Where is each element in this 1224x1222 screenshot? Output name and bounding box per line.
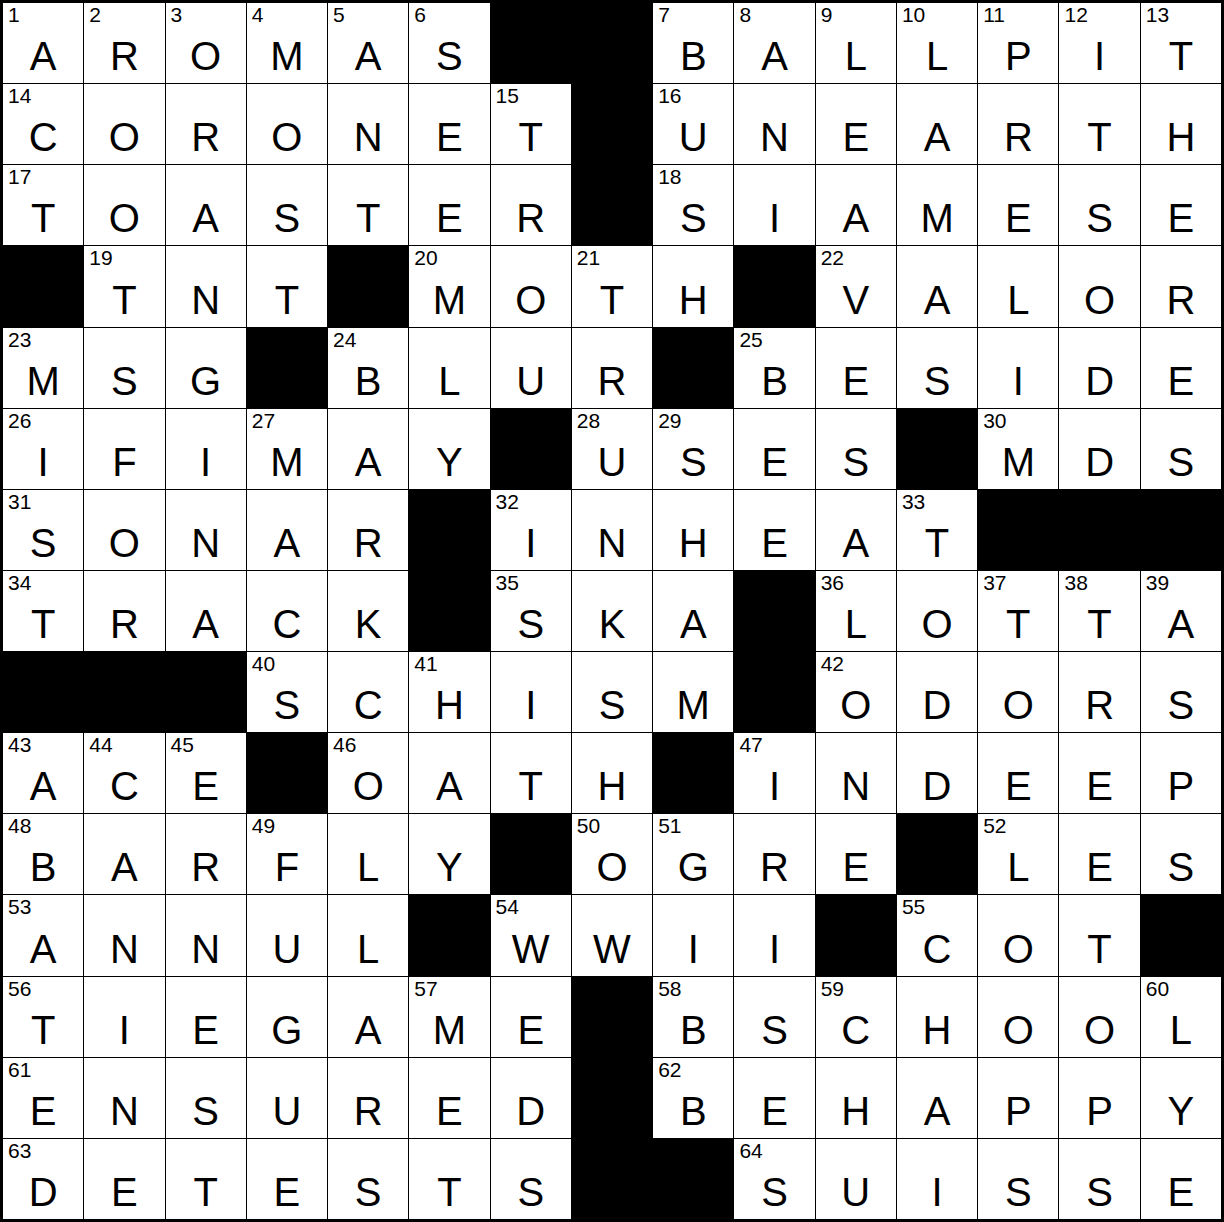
- cell-letter: A: [247, 523, 327, 563]
- grid-cell[interactable]: 56T: [3, 977, 83, 1057]
- grid-cell[interactable]: 45E: [166, 733, 246, 813]
- grid-cell[interactable]: S: [247, 165, 327, 245]
- clue-number: 20: [414, 247, 437, 269]
- cell-letter: P: [978, 36, 1058, 76]
- grid-cell[interactable]: E: [978, 165, 1058, 245]
- grid-cell[interactable]: U: [816, 1139, 896, 1219]
- clue-number: 53: [8, 896, 31, 918]
- cell-letter: R: [734, 847, 814, 887]
- grid-cell[interactable]: R: [166, 814, 246, 894]
- grid-cell[interactable]: E: [816, 84, 896, 164]
- grid-cell[interactable]: 26I: [3, 409, 83, 489]
- grid-cell[interactable]: S: [816, 409, 896, 489]
- grid-cell[interactable]: S: [166, 1058, 246, 1138]
- grid-cell[interactable]: L: [409, 328, 489, 408]
- cell-letter: T: [328, 198, 408, 238]
- grid-cell[interactable]: A: [166, 571, 246, 651]
- cell-letter: U: [247, 1091, 327, 1131]
- grid-cell[interactable]: R: [328, 490, 408, 570]
- cell-letter: E: [978, 766, 1058, 806]
- grid-cell[interactable]: D: [1059, 328, 1139, 408]
- grid-cell[interactable]: S: [978, 1139, 1058, 1219]
- clue-number: 3: [171, 4, 183, 26]
- grid-cell[interactable]: I: [978, 328, 1058, 408]
- clue-number: 4: [252, 4, 264, 26]
- grid-cell[interactable]: 10L: [897, 3, 977, 83]
- grid-cell[interactable]: 62B: [653, 1058, 733, 1138]
- cell-letter: I: [734, 766, 814, 806]
- cell-letter: S: [897, 361, 977, 401]
- cell-letter: H: [897, 1010, 977, 1050]
- grid-cell[interactable]: A: [84, 814, 164, 894]
- grid-cell[interactable]: L: [978, 246, 1058, 326]
- grid-cell[interactable]: 35S: [491, 571, 571, 651]
- grid-cell[interactable]: S: [84, 328, 164, 408]
- grid-cell[interactable]: I: [734, 895, 814, 975]
- grid-cell[interactable]: 25B: [734, 328, 814, 408]
- clue-number: 24: [333, 329, 356, 351]
- grid-cell[interactable]: 44C: [84, 733, 164, 813]
- grid-cell[interactable]: E: [166, 977, 246, 1057]
- grid-cell[interactable]: A: [328, 977, 408, 1057]
- grid-cell[interactable]: 2R: [84, 3, 164, 83]
- grid-cell[interactable]: 57M: [409, 977, 489, 1057]
- grid-cell[interactable]: 13T: [1141, 3, 1221, 83]
- grid-cell[interactable]: H: [572, 733, 652, 813]
- cell-letter: T: [3, 198, 83, 238]
- grid-cell[interactable]: 61E: [3, 1058, 83, 1138]
- grid-cell[interactable]: A: [897, 1058, 977, 1138]
- cell-letter: T: [1141, 36, 1221, 76]
- grid-cell[interactable]: E: [734, 490, 814, 570]
- grid-cell[interactable]: S: [572, 652, 652, 732]
- grid-cell[interactable]: 19T: [84, 246, 164, 326]
- cell-letter: N: [166, 929, 246, 969]
- grid-cell[interactable]: E: [84, 1139, 164, 1219]
- cell-letter: A: [897, 117, 977, 157]
- grid-cell[interactable]: R: [978, 84, 1058, 164]
- grid-cell[interactable]: 18S: [653, 165, 733, 245]
- grid-cell[interactable]: S: [1141, 652, 1221, 732]
- grid-cell[interactable]: 34T: [3, 571, 83, 651]
- cell-letter: T: [1059, 117, 1139, 157]
- grid-cell[interactable]: 21T: [572, 246, 652, 326]
- clue-number: 26: [8, 410, 31, 432]
- cell-letter: E: [166, 766, 246, 806]
- cell-letter: C: [897, 929, 977, 969]
- black-square: [409, 571, 489, 651]
- grid-cell[interactable]: L: [328, 895, 408, 975]
- grid-cell[interactable]: O: [978, 652, 1058, 732]
- grid-cell[interactable]: I: [653, 895, 733, 975]
- cell-letter: A: [897, 280, 977, 320]
- black-square: [572, 3, 652, 83]
- grid-cell[interactable]: L: [328, 814, 408, 894]
- grid-cell[interactable]: E: [978, 733, 1058, 813]
- grid-cell[interactable]: E: [734, 1058, 814, 1138]
- grid-cell[interactable]: R: [166, 84, 246, 164]
- grid-cell[interactable]: E: [409, 84, 489, 164]
- grid-cell[interactable]: Y: [1141, 1058, 1221, 1138]
- cell-letter: D: [897, 685, 977, 725]
- grid-cell[interactable]: P: [1059, 1058, 1139, 1138]
- grid-cell[interactable]: H: [1141, 84, 1221, 164]
- grid-cell[interactable]: E: [1059, 814, 1139, 894]
- cell-letter: D: [491, 1091, 571, 1131]
- cell-letter: E: [84, 1172, 164, 1212]
- cell-letter: T: [1059, 929, 1139, 969]
- grid-cell[interactable]: R: [328, 1058, 408, 1138]
- grid-cell[interactable]: A: [653, 571, 733, 651]
- grid-cell[interactable]: 47I: [734, 733, 814, 813]
- grid-cell[interactable]: 51G: [653, 814, 733, 894]
- grid-cell[interactable]: S: [1059, 165, 1139, 245]
- grid-cell[interactable]: 12I: [1059, 3, 1139, 83]
- grid-cell[interactable]: T: [1059, 84, 1139, 164]
- black-square: [491, 409, 571, 489]
- cell-letter: O: [328, 766, 408, 806]
- grid-cell[interactable]: 11P: [978, 3, 1058, 83]
- cell-letter: R: [1141, 280, 1221, 320]
- cell-letter: E: [816, 117, 896, 157]
- grid-cell[interactable]: 8A: [734, 3, 814, 83]
- grid-cell[interactable]: 64S: [734, 1139, 814, 1219]
- cell-letter: S: [734, 1172, 814, 1212]
- cell-letter: O: [247, 117, 327, 157]
- cell-letter: O: [572, 847, 652, 887]
- grid-cell[interactable]: O: [84, 165, 164, 245]
- grid-cell[interactable]: R: [1141, 246, 1221, 326]
- grid-cell[interactable]: 3O: [166, 3, 246, 83]
- grid-cell[interactable]: R: [734, 814, 814, 894]
- grid-cell[interactable]: S: [1059, 1139, 1139, 1219]
- cell-letter: R: [491, 198, 571, 238]
- clue-number: 47: [739, 734, 762, 756]
- grid-cell[interactable]: D: [491, 1058, 571, 1138]
- grid-cell[interactable]: E: [247, 1139, 327, 1219]
- cell-letter: M: [978, 442, 1058, 482]
- grid-cell[interactable]: O: [84, 490, 164, 570]
- grid-cell[interactable]: 37T: [978, 571, 1058, 651]
- grid-cell[interactable]: G: [247, 977, 327, 1057]
- grid-cell[interactable]: O: [84, 84, 164, 164]
- cell-letter: S: [166, 1091, 246, 1131]
- grid-cell[interactable]: 31S: [3, 490, 83, 570]
- grid-cell[interactable]: E: [1141, 1139, 1221, 1219]
- grid-cell[interactable]: 58B: [653, 977, 733, 1057]
- grid-cell[interactable]: N: [734, 84, 814, 164]
- cell-letter: B: [734, 361, 814, 401]
- grid-cell[interactable]: 7B: [653, 3, 733, 83]
- grid-cell[interactable]: P: [978, 1058, 1058, 1138]
- grid-cell[interactable]: H: [653, 246, 733, 326]
- grid-cell[interactable]: O: [978, 977, 1058, 1057]
- cell-letter: E: [734, 1091, 814, 1131]
- grid-cell[interactable]: 36L: [816, 571, 896, 651]
- clue-number: 41: [414, 653, 437, 675]
- grid-cell[interactable]: 5A: [328, 3, 408, 83]
- clue-number: 5: [333, 4, 345, 26]
- clue-number: 40: [252, 653, 275, 675]
- clue-number: 11: [983, 4, 1005, 26]
- black-square: [734, 571, 814, 651]
- cell-letter: S: [491, 1172, 571, 1212]
- cell-letter: O: [1059, 1010, 1139, 1050]
- grid-cell[interactable]: H: [816, 1058, 896, 1138]
- grid-cell[interactable]: T: [491, 733, 571, 813]
- black-square: [816, 895, 896, 975]
- grid-cell[interactable]: D: [897, 733, 977, 813]
- grid-cell[interactable]: 15T: [491, 84, 571, 164]
- grid-cell[interactable]: E: [409, 165, 489, 245]
- cell-letter: A: [816, 198, 896, 238]
- grid-cell[interactable]: 39A: [1141, 571, 1221, 651]
- grid-cell[interactable]: 23M: [3, 328, 83, 408]
- grid-cell[interactable]: 22V: [816, 246, 896, 326]
- cell-letter: A: [84, 847, 164, 887]
- grid-cell[interactable]: O: [1059, 246, 1139, 326]
- grid-cell[interactable]: 4M: [247, 3, 327, 83]
- grid-cell[interactable]: A: [166, 165, 246, 245]
- grid-cell[interactable]: N: [84, 895, 164, 975]
- grid-cell[interactable]: A: [409, 733, 489, 813]
- cell-letter: I: [734, 929, 814, 969]
- cell-letter: A: [3, 929, 83, 969]
- cell-letter: Y: [409, 847, 489, 887]
- grid-cell[interactable]: Y: [409, 409, 489, 489]
- grid-cell[interactable]: 41H: [409, 652, 489, 732]
- cell-letter: S: [84, 361, 164, 401]
- grid-cell[interactable]: 17T: [3, 165, 83, 245]
- cell-letter: I: [84, 1010, 164, 1050]
- grid-cell[interactable]: 60L: [1141, 977, 1221, 1057]
- grid-cell[interactable]: 24B: [328, 328, 408, 408]
- grid-cell[interactable]: 46O: [328, 733, 408, 813]
- grid-cell[interactable]: O: [897, 571, 977, 651]
- cell-letter: G: [653, 847, 733, 887]
- black-square: [1141, 895, 1221, 975]
- grid-cell[interactable]: T: [409, 1139, 489, 1219]
- cell-letter: R: [166, 117, 246, 157]
- grid-cell[interactable]: A: [897, 84, 977, 164]
- cell-letter: B: [653, 1091, 733, 1131]
- grid-cell[interactable]: R: [491, 165, 571, 245]
- grid-cell[interactable]: Y: [409, 814, 489, 894]
- cell-letter: O: [978, 685, 1058, 725]
- cell-letter: R: [84, 604, 164, 644]
- cell-letter: L: [328, 929, 408, 969]
- cell-letter: I: [3, 442, 83, 482]
- grid-cell[interactable]: M: [653, 652, 733, 732]
- grid-cell[interactable]: K: [328, 571, 408, 651]
- black-square: [734, 652, 814, 732]
- grid-cell[interactable]: 63D: [3, 1139, 83, 1219]
- clue-number: 33: [902, 491, 925, 513]
- grid-cell[interactable]: 28U: [572, 409, 652, 489]
- grid-cell[interactable]: H: [897, 977, 977, 1057]
- grid-cell[interactable]: D: [1059, 409, 1139, 489]
- grid-cell[interactable]: I: [897, 1139, 977, 1219]
- clue-number: 29: [658, 410, 681, 432]
- grid-cell[interactable]: N: [166, 246, 246, 326]
- grid-cell[interactable]: D: [897, 652, 977, 732]
- grid-cell[interactable]: S: [491, 1139, 571, 1219]
- cell-letter: S: [816, 442, 896, 482]
- cell-letter: M: [409, 1010, 489, 1050]
- black-square: [572, 1058, 652, 1138]
- grid-cell[interactable]: 48B: [3, 814, 83, 894]
- black-square: [897, 814, 977, 894]
- grid-cell[interactable]: 32I: [491, 490, 571, 570]
- grid-cell[interactable]: 30M: [978, 409, 1058, 489]
- grid-cell[interactable]: A: [897, 246, 977, 326]
- grid-cell[interactable]: U: [491, 328, 571, 408]
- grid-cell[interactable]: K: [572, 571, 652, 651]
- grid-cell[interactable]: 42O: [816, 652, 896, 732]
- cell-letter: L: [978, 847, 1058, 887]
- grid-cell[interactable]: I: [166, 409, 246, 489]
- grid-cell[interactable]: U: [247, 1058, 327, 1138]
- grid-cell[interactable]: E: [1141, 165, 1221, 245]
- grid-cell[interactable]: E: [409, 1058, 489, 1138]
- grid-cell[interactable]: E: [491, 977, 571, 1057]
- cell-letter: M: [653, 685, 733, 725]
- cell-letter: O: [1059, 280, 1139, 320]
- grid-cell[interactable]: N: [166, 895, 246, 975]
- clue-number: 10: [902, 4, 925, 26]
- grid-cell[interactable]: 53A: [3, 895, 83, 975]
- cell-letter: K: [572, 604, 652, 644]
- cell-letter: E: [816, 361, 896, 401]
- cell-letter: R: [328, 1091, 408, 1131]
- grid-cell[interactable]: 43A: [3, 733, 83, 813]
- cell-letter: D: [1059, 442, 1139, 482]
- grid-cell[interactable]: O: [491, 246, 571, 326]
- grid-cell[interactable]: T: [328, 165, 408, 245]
- grid-cell[interactable]: A: [328, 409, 408, 489]
- grid-cell[interactable]: E: [816, 814, 896, 894]
- cell-letter: G: [247, 1010, 327, 1050]
- grid-cell[interactable]: A: [816, 490, 896, 570]
- cell-letter: B: [328, 361, 408, 401]
- cell-letter: H: [653, 280, 733, 320]
- grid-cell[interactable]: T: [166, 1139, 246, 1219]
- grid-cell[interactable]: P: [1141, 733, 1221, 813]
- cell-letter: T: [247, 280, 327, 320]
- grid-cell[interactable]: 38T: [1059, 571, 1139, 651]
- cell-letter: E: [1141, 1172, 1221, 1212]
- grid-cell[interactable]: O: [247, 84, 327, 164]
- cell-letter: I: [653, 929, 733, 969]
- grid-cell[interactable]: 27M: [247, 409, 327, 489]
- cell-letter: E: [409, 198, 489, 238]
- grid-cell[interactable]: O: [978, 895, 1058, 975]
- grid-cell[interactable]: S: [1141, 814, 1221, 894]
- grid-cell[interactable]: 50O: [572, 814, 652, 894]
- cell-letter: E: [1141, 361, 1221, 401]
- grid-cell[interactable]: S: [897, 328, 977, 408]
- grid-cell[interactable]: N: [816, 733, 896, 813]
- grid-cell[interactable]: E: [1059, 733, 1139, 813]
- grid-cell[interactable]: E: [1141, 328, 1221, 408]
- grid-cell[interactable]: M: [897, 165, 977, 245]
- grid-cell[interactable]: 54W: [491, 895, 571, 975]
- grid-cell[interactable]: R: [572, 328, 652, 408]
- grid-cell[interactable]: 52L: [978, 814, 1058, 894]
- grid-cell[interactable]: R: [1059, 652, 1139, 732]
- grid-cell[interactable]: A: [247, 490, 327, 570]
- clue-number: 1: [8, 4, 20, 26]
- grid-cell[interactable]: T: [1059, 895, 1139, 975]
- cell-letter: O: [84, 198, 164, 238]
- grid-cell[interactable]: 40S: [247, 652, 327, 732]
- grid-cell[interactable]: I: [491, 652, 571, 732]
- grid-cell[interactable]: N: [328, 84, 408, 164]
- grid-cell[interactable]: E: [816, 328, 896, 408]
- clue-number: 58: [658, 978, 681, 1000]
- grid-cell[interactable]: U: [247, 895, 327, 975]
- grid-cell[interactable]: E: [734, 409, 814, 489]
- cell-letter: G: [166, 361, 246, 401]
- grid-cell[interactable]: T: [247, 246, 327, 326]
- grid-cell[interactable]: S: [1141, 409, 1221, 489]
- grid-cell[interactable]: 16U: [653, 84, 733, 164]
- cell-letter: M: [247, 36, 327, 76]
- grid-cell[interactable]: 33T: [897, 490, 977, 570]
- cell-letter: C: [247, 604, 327, 644]
- clue-number: 48: [8, 815, 31, 837]
- grid-cell[interactable]: I: [734, 165, 814, 245]
- grid-cell[interactable]: H: [653, 490, 733, 570]
- grid-cell[interactable]: N: [166, 490, 246, 570]
- clue-number: 37: [983, 572, 1006, 594]
- grid-cell[interactable]: S: [328, 1139, 408, 1219]
- grid-cell[interactable]: 29S: [653, 409, 733, 489]
- grid-cell[interactable]: G: [166, 328, 246, 408]
- cell-letter: U: [653, 117, 733, 157]
- cell-letter: T: [978, 604, 1058, 644]
- grid-cell[interactable]: O: [1059, 977, 1139, 1057]
- grid-cell[interactable]: C: [247, 571, 327, 651]
- grid-cell[interactable]: W: [572, 895, 652, 975]
- cell-letter: I: [978, 361, 1058, 401]
- grid-cell[interactable]: N: [572, 490, 652, 570]
- grid-cell[interactable]: 14C: [3, 84, 83, 164]
- grid-cell[interactable]: 49F: [247, 814, 327, 894]
- cell-letter: N: [572, 523, 652, 563]
- grid-cell[interactable]: S: [734, 977, 814, 1057]
- cell-letter: I: [897, 1172, 977, 1212]
- grid-cell[interactable]: I: [84, 977, 164, 1057]
- grid-cell[interactable]: A: [816, 165, 896, 245]
- grid-cell[interactable]: 55C: [897, 895, 977, 975]
- grid-cell[interactable]: 59C: [816, 977, 896, 1057]
- grid-cell[interactable]: C: [328, 652, 408, 732]
- grid-cell[interactable]: 6S: [409, 3, 489, 83]
- cell-letter: S: [328, 1172, 408, 1212]
- cell-letter: E: [247, 1172, 327, 1212]
- grid-cell[interactable]: 9L: [816, 3, 896, 83]
- cell-letter: B: [653, 36, 733, 76]
- grid-cell[interactable]: 1A: [3, 3, 83, 83]
- clue-number: 16: [658, 85, 681, 107]
- grid-cell[interactable]: N: [84, 1058, 164, 1138]
- black-square: [653, 733, 733, 813]
- cell-letter: O: [897, 604, 977, 644]
- grid-cell[interactable]: R: [84, 571, 164, 651]
- grid-cell[interactable]: F: [84, 409, 164, 489]
- grid-cell[interactable]: 20M: [409, 246, 489, 326]
